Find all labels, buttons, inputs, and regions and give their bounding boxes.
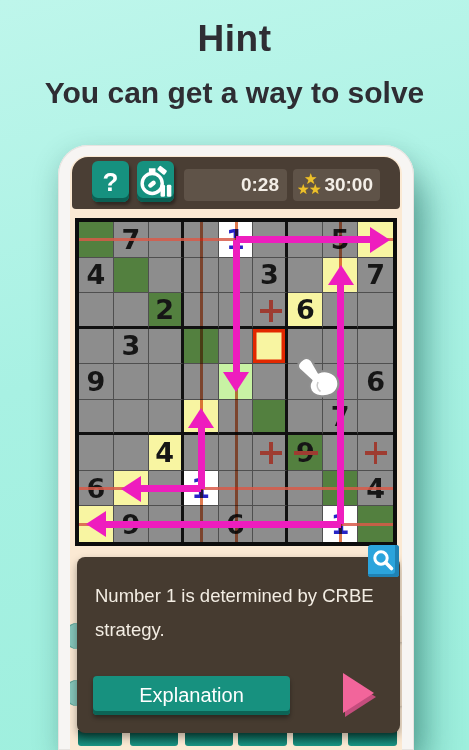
hand-cursor-icon (292, 356, 346, 402)
cell-r9c8[interactable]: 1 (323, 506, 358, 542)
help-button[interactable]: ? (92, 161, 129, 202)
cell-r5c9[interactable]: 6 (358, 364, 393, 400)
cell-r9c7[interactable] (288, 506, 323, 542)
cell-r8c4[interactable]: 1 (184, 471, 219, 507)
cell-r4c6[interactable] (253, 329, 288, 365)
hint-panel: Number 1 is determined by CRBE strategy.… (77, 557, 400, 733)
cell-r7c9[interactable] (358, 435, 393, 471)
stars-icon: ★ ★ ★ (296, 169, 326, 201)
cell-r2c6[interactable]: 3 (253, 258, 288, 294)
cell-r4c1[interactable] (79, 329, 114, 365)
cell-r8c9[interactable]: 4 (358, 471, 393, 507)
cell-r3c9[interactable] (358, 293, 393, 329)
cell-r2c8[interactable] (323, 258, 358, 294)
cell-r3c6[interactable] (253, 293, 288, 329)
cell-r3c1[interactable] (79, 293, 114, 329)
cell-r5c2[interactable] (114, 364, 149, 400)
cell-r1c2[interactable]: 7 (114, 222, 149, 258)
cell-r7c2[interactable] (114, 435, 149, 471)
question-mark-icon: ? (103, 167, 119, 197)
sudoku-board: 71543726396749614961 (75, 218, 397, 546)
pause-timer-button[interactable] (137, 161, 174, 202)
cell-r7c7[interactable]: 9 (288, 435, 323, 471)
cell-r6c1[interactable] (79, 400, 114, 436)
cell-r6c9[interactable] (358, 400, 393, 436)
cell-r2c1[interactable]: 4 (79, 258, 114, 294)
cell-r6c6[interactable] (253, 400, 288, 436)
cell-r6c7[interactable] (288, 400, 323, 436)
play-icon (343, 673, 374, 713)
cell-r6c2[interactable] (114, 400, 149, 436)
cell-r6c3[interactable] (149, 400, 184, 436)
hint-message: Number 1 is determined by CRBE strategy. (95, 579, 389, 647)
stopwatch-pause-icon (137, 161, 174, 202)
app-screen: ? 0:28 ★ ★ (70, 156, 402, 750)
zoom-button[interactable] (368, 545, 399, 577)
magnifier-icon (368, 545, 399, 577)
cell-r8c2[interactable] (114, 471, 149, 507)
app-header: ? 0:28 ★ ★ (72, 157, 400, 209)
cell-r8c5[interactable] (219, 471, 254, 507)
cell-r7c3[interactable]: 4 (149, 435, 184, 471)
cell-r5c1[interactable]: 9 (79, 364, 114, 400)
cell-r6c4[interactable] (184, 400, 219, 436)
cell-r3c2[interactable] (114, 293, 149, 329)
cell-r7c6[interactable] (253, 435, 288, 471)
cell-r8c8[interactable] (323, 471, 358, 507)
cell-r5c4[interactable] (184, 364, 219, 400)
cell-r4c3[interactable] (149, 329, 184, 365)
cell-r2c4[interactable] (184, 258, 219, 294)
cell-r4c4[interactable] (184, 329, 219, 365)
cell-r6c5[interactable] (219, 400, 254, 436)
cell-r2c2[interactable] (114, 258, 149, 294)
cell-r8c3[interactable] (149, 471, 184, 507)
cell-r9c9[interactable] (358, 506, 393, 542)
cell-r7c8[interactable] (323, 435, 358, 471)
cell-r9c2[interactable]: 9 (114, 506, 149, 542)
cell-r1c5[interactable]: 1 (219, 222, 254, 258)
cell-r9c3[interactable] (149, 506, 184, 542)
cell-r8c7[interactable] (288, 471, 323, 507)
cell-r3c4[interactable] (184, 293, 219, 329)
cell-r2c7[interactable] (288, 258, 323, 294)
cell-r5c6[interactable] (253, 364, 288, 400)
cell-r1c7[interactable] (288, 222, 323, 258)
cell-r2c5[interactable] (219, 258, 254, 294)
cell-r9c4[interactable] (184, 506, 219, 542)
cell-r3c7[interactable]: 6 (288, 293, 323, 329)
phone-mockup: ? 0:28 ★ ★ (58, 145, 414, 750)
cell-r1c1[interactable] (79, 222, 114, 258)
explanation-button[interactable]: Explanation (93, 676, 290, 715)
cell-r8c6[interactable] (253, 471, 288, 507)
cell-r6c8[interactable]: 7 (323, 400, 358, 436)
cell-r2c9[interactable]: 7 (358, 258, 393, 294)
goal-time: ★ ★ ★ 30:00 (293, 169, 380, 201)
cell-r7c5[interactable] (219, 435, 254, 471)
cell-r5c5[interactable] (219, 364, 254, 400)
cell-r4c2[interactable]: 3 (114, 329, 149, 365)
cell-r9c6[interactable] (253, 506, 288, 542)
cell-r3c3[interactable]: 2 (149, 293, 184, 329)
cell-r4c5[interactable] (219, 329, 254, 365)
cell-r1c9[interactable] (358, 222, 393, 258)
next-step-button[interactable] (343, 673, 379, 719)
page-title: Hint (0, 18, 469, 60)
cell-r2c3[interactable] (149, 258, 184, 294)
cell-r3c8[interactable] (323, 293, 358, 329)
cell-r5c3[interactable] (149, 364, 184, 400)
cell-r1c3[interactable] (149, 222, 184, 258)
cell-r9c5[interactable]: 6 (219, 506, 254, 542)
cell-r1c6[interactable] (253, 222, 288, 258)
cell-r1c8[interactable]: 5 (323, 222, 358, 258)
cell-r8c1[interactable]: 6 (79, 471, 114, 507)
cell-r7c1[interactable] (79, 435, 114, 471)
cell-r3c5[interactable] (219, 293, 254, 329)
cell-r9c1[interactable] (79, 506, 114, 542)
elapsed-time: 0:28 (184, 169, 287, 201)
cell-r4c9[interactable] (358, 329, 393, 365)
cell-r1c4[interactable] (184, 222, 219, 258)
page-subtitle: You can get a way to solve (0, 76, 469, 110)
cell-r7c4[interactable] (184, 435, 219, 471)
